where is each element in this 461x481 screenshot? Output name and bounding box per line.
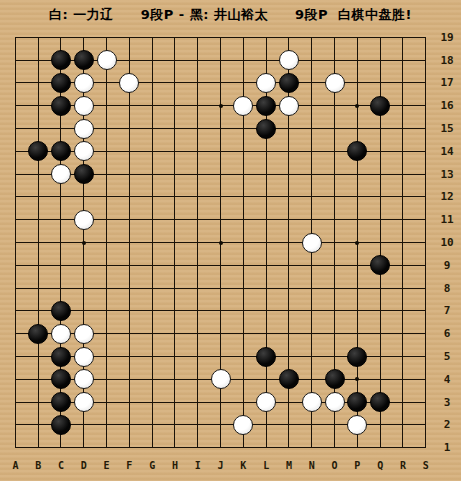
- intersection-J5[interactable]: [209, 345, 232, 368]
- intersection-M3[interactable]: [278, 391, 301, 414]
- intersection-P8[interactable]: [346, 277, 369, 300]
- intersection-N8[interactable]: [300, 277, 323, 300]
- intersection-I3[interactable]: [186, 391, 209, 414]
- intersection-L7[interactable]: [255, 300, 278, 323]
- intersection-L1[interactable]: [255, 436, 278, 459]
- intersection-L16[interactable]: [255, 94, 278, 117]
- intersection-R1[interactable]: [392, 436, 415, 459]
- intersection-J7[interactable]: [209, 300, 232, 323]
- intersection-K8[interactable]: [232, 277, 255, 300]
- intersection-B3[interactable]: [27, 391, 50, 414]
- intersection-F17[interactable]: [118, 72, 141, 95]
- intersection-C7[interactable]: [50, 300, 73, 323]
- intersection-P2[interactable]: [346, 414, 369, 437]
- intersection-J9[interactable]: [209, 254, 232, 277]
- intersection-P18[interactable]: [346, 49, 369, 72]
- intersection-J19[interactable]: [209, 26, 232, 49]
- intersection-M2[interactable]: [278, 414, 301, 437]
- intersection-R9[interactable]: [392, 254, 415, 277]
- intersection-K9[interactable]: [232, 254, 255, 277]
- intersection-M15[interactable]: [278, 117, 301, 140]
- intersection-Q5[interactable]: [369, 345, 392, 368]
- intersection-O7[interactable]: [323, 300, 346, 323]
- intersection-F1[interactable]: [118, 436, 141, 459]
- intersection-I2[interactable]: [186, 414, 209, 437]
- intersection-I1[interactable]: [186, 436, 209, 459]
- intersection-H14[interactable]: [164, 140, 187, 163]
- intersection-D2[interactable]: [72, 414, 95, 437]
- intersection-C1[interactable]: [50, 436, 73, 459]
- intersection-J14[interactable]: [209, 140, 232, 163]
- intersection-S10[interactable]: [414, 231, 437, 254]
- intersection-N19[interactable]: [300, 26, 323, 49]
- intersection-L18[interactable]: [255, 49, 278, 72]
- intersection-B8[interactable]: [27, 277, 50, 300]
- intersection-M6[interactable]: [278, 322, 301, 345]
- intersection-J13[interactable]: [209, 163, 232, 186]
- intersection-R7[interactable]: [392, 300, 415, 323]
- intersection-B18[interactable]: [27, 49, 50, 72]
- intersection-F10[interactable]: [118, 231, 141, 254]
- intersection-G16[interactable]: [141, 94, 164, 117]
- intersection-G8[interactable]: [141, 277, 164, 300]
- intersection-D11[interactable]: [72, 208, 95, 231]
- intersection-K6[interactable]: [232, 322, 255, 345]
- intersection-S3[interactable]: [414, 391, 437, 414]
- intersection-R10[interactable]: [392, 231, 415, 254]
- intersection-D12[interactable]: [72, 186, 95, 209]
- intersection-I19[interactable]: [186, 26, 209, 49]
- intersection-M13[interactable]: [278, 163, 301, 186]
- intersection-P13[interactable]: [346, 163, 369, 186]
- intersection-F19[interactable]: [118, 26, 141, 49]
- intersection-S1[interactable]: [414, 436, 437, 459]
- intersection-C12[interactable]: [50, 186, 73, 209]
- intersection-I14[interactable]: [186, 140, 209, 163]
- intersection-L8[interactable]: [255, 277, 278, 300]
- intersection-J4[interactable]: [209, 368, 232, 391]
- intersection-F15[interactable]: [118, 117, 141, 140]
- intersection-E9[interactable]: [95, 254, 118, 277]
- intersection-O16[interactable]: [323, 94, 346, 117]
- intersection-Q1[interactable]: [369, 436, 392, 459]
- intersection-E18[interactable]: [95, 49, 118, 72]
- intersection-C2[interactable]: [50, 414, 73, 437]
- intersection-K4[interactable]: [232, 368, 255, 391]
- intersection-N6[interactable]: [300, 322, 323, 345]
- intersection-C6[interactable]: [50, 322, 73, 345]
- intersection-Q11[interactable]: [369, 208, 392, 231]
- intersection-C9[interactable]: [50, 254, 73, 277]
- intersection-G3[interactable]: [141, 391, 164, 414]
- intersection-Q13[interactable]: [369, 163, 392, 186]
- intersection-F12[interactable]: [118, 186, 141, 209]
- intersection-J1[interactable]: [209, 436, 232, 459]
- intersection-A2[interactable]: [4, 414, 27, 437]
- intersection-N10[interactable]: [300, 231, 323, 254]
- intersection-E7[interactable]: [95, 300, 118, 323]
- intersection-M1[interactable]: [278, 436, 301, 459]
- intersection-K2[interactable]: [232, 414, 255, 437]
- intersection-I6[interactable]: [186, 322, 209, 345]
- intersection-J8[interactable]: [209, 277, 232, 300]
- intersection-H15[interactable]: [164, 117, 187, 140]
- intersection-E10[interactable]: [95, 231, 118, 254]
- intersection-S14[interactable]: [414, 140, 437, 163]
- intersection-S5[interactable]: [414, 345, 437, 368]
- intersection-C4[interactable]: [50, 368, 73, 391]
- intersection-A13[interactable]: [4, 163, 27, 186]
- intersection-N14[interactable]: [300, 140, 323, 163]
- intersection-A9[interactable]: [4, 254, 27, 277]
- intersection-O5[interactable]: [323, 345, 346, 368]
- intersection-R11[interactable]: [392, 208, 415, 231]
- intersection-D9[interactable]: [72, 254, 95, 277]
- intersection-M7[interactable]: [278, 300, 301, 323]
- intersection-J11[interactable]: [209, 208, 232, 231]
- intersection-R16[interactable]: [392, 94, 415, 117]
- intersection-R2[interactable]: [392, 414, 415, 437]
- intersection-A3[interactable]: [4, 391, 27, 414]
- intersection-N3[interactable]: [300, 391, 323, 414]
- intersection-A7[interactable]: [4, 300, 27, 323]
- intersection-Q6[interactable]: [369, 322, 392, 345]
- intersection-I10[interactable]: [186, 231, 209, 254]
- intersection-Q16[interactable]: [369, 94, 392, 117]
- intersection-P12[interactable]: [346, 186, 369, 209]
- intersection-F5[interactable]: [118, 345, 141, 368]
- intersection-Q8[interactable]: [369, 277, 392, 300]
- intersection-F16[interactable]: [118, 94, 141, 117]
- intersection-L4[interactable]: [255, 368, 278, 391]
- intersection-C3[interactable]: [50, 391, 73, 414]
- intersection-G10[interactable]: [141, 231, 164, 254]
- intersection-H19[interactable]: [164, 26, 187, 49]
- intersection-B14[interactable]: [27, 140, 50, 163]
- intersection-C10[interactable]: [50, 231, 73, 254]
- intersection-Q17[interactable]: [369, 72, 392, 95]
- intersection-J3[interactable]: [209, 391, 232, 414]
- intersection-M10[interactable]: [278, 231, 301, 254]
- intersection-A14[interactable]: [4, 140, 27, 163]
- intersection-Q3[interactable]: [369, 391, 392, 414]
- intersection-H5[interactable]: [164, 345, 187, 368]
- intersection-B7[interactable]: [27, 300, 50, 323]
- intersection-L17[interactable]: [255, 72, 278, 95]
- intersection-P15[interactable]: [346, 117, 369, 140]
- intersection-S7[interactable]: [414, 300, 437, 323]
- intersection-B4[interactable]: [27, 368, 50, 391]
- intersection-D7[interactable]: [72, 300, 95, 323]
- intersection-S2[interactable]: [414, 414, 437, 437]
- intersection-R6[interactable]: [392, 322, 415, 345]
- intersection-Q15[interactable]: [369, 117, 392, 140]
- intersection-B1[interactable]: [27, 436, 50, 459]
- intersection-G15[interactable]: [141, 117, 164, 140]
- intersection-B11[interactable]: [27, 208, 50, 231]
- intersection-I13[interactable]: [186, 163, 209, 186]
- intersection-G1[interactable]: [141, 436, 164, 459]
- intersection-P14[interactable]: [346, 140, 369, 163]
- intersection-G2[interactable]: [141, 414, 164, 437]
- intersection-D16[interactable]: [72, 94, 95, 117]
- intersection-S19[interactable]: [414, 26, 437, 49]
- intersection-R8[interactable]: [392, 277, 415, 300]
- intersection-R19[interactable]: [392, 26, 415, 49]
- intersection-L12[interactable]: [255, 186, 278, 209]
- intersection-L14[interactable]: [255, 140, 278, 163]
- intersection-E19[interactable]: [95, 26, 118, 49]
- intersection-N15[interactable]: [300, 117, 323, 140]
- intersection-P9[interactable]: [346, 254, 369, 277]
- intersection-J12[interactable]: [209, 186, 232, 209]
- intersection-F13[interactable]: [118, 163, 141, 186]
- intersection-M16[interactable]: [278, 94, 301, 117]
- intersection-K17[interactable]: [232, 72, 255, 95]
- intersection-G4[interactable]: [141, 368, 164, 391]
- intersection-C5[interactable]: [50, 345, 73, 368]
- intersection-H6[interactable]: [164, 322, 187, 345]
- intersection-L19[interactable]: [255, 26, 278, 49]
- intersection-A5[interactable]: [4, 345, 27, 368]
- intersection-I12[interactable]: [186, 186, 209, 209]
- intersection-C11[interactable]: [50, 208, 73, 231]
- intersection-Q10[interactable]: [369, 231, 392, 254]
- intersection-O14[interactable]: [323, 140, 346, 163]
- intersection-E4[interactable]: [95, 368, 118, 391]
- intersection-A12[interactable]: [4, 186, 27, 209]
- intersection-J2[interactable]: [209, 414, 232, 437]
- intersection-G12[interactable]: [141, 186, 164, 209]
- intersection-Q19[interactable]: [369, 26, 392, 49]
- intersection-E1[interactable]: [95, 436, 118, 459]
- intersection-A17[interactable]: [4, 72, 27, 95]
- intersection-B12[interactable]: [27, 186, 50, 209]
- intersection-E14[interactable]: [95, 140, 118, 163]
- intersection-G11[interactable]: [141, 208, 164, 231]
- intersection-D14[interactable]: [72, 140, 95, 163]
- intersection-K12[interactable]: [232, 186, 255, 209]
- intersection-N2[interactable]: [300, 414, 323, 437]
- intersection-P10[interactable]: [346, 231, 369, 254]
- intersection-P4[interactable]: [346, 368, 369, 391]
- intersection-S15[interactable]: [414, 117, 437, 140]
- intersection-P5[interactable]: [346, 345, 369, 368]
- intersection-Q18[interactable]: [369, 49, 392, 72]
- intersection-C15[interactable]: [50, 117, 73, 140]
- intersection-L2[interactable]: [255, 414, 278, 437]
- intersection-I17[interactable]: [186, 72, 209, 95]
- intersection-C19[interactable]: [50, 26, 73, 49]
- intersection-L3[interactable]: [255, 391, 278, 414]
- intersection-N13[interactable]: [300, 163, 323, 186]
- intersection-G19[interactable]: [141, 26, 164, 49]
- intersection-B5[interactable]: [27, 345, 50, 368]
- intersection-Q12[interactable]: [369, 186, 392, 209]
- intersection-F2[interactable]: [118, 414, 141, 437]
- intersection-P6[interactable]: [346, 322, 369, 345]
- intersection-O18[interactable]: [323, 49, 346, 72]
- intersection-K18[interactable]: [232, 49, 255, 72]
- intersection-G13[interactable]: [141, 163, 164, 186]
- intersection-H8[interactable]: [164, 277, 187, 300]
- intersection-L13[interactable]: [255, 163, 278, 186]
- intersection-K10[interactable]: [232, 231, 255, 254]
- intersection-K11[interactable]: [232, 208, 255, 231]
- intersection-N18[interactable]: [300, 49, 323, 72]
- intersection-I9[interactable]: [186, 254, 209, 277]
- intersection-E17[interactable]: [95, 72, 118, 95]
- intersection-S8[interactable]: [414, 277, 437, 300]
- intersection-A6[interactable]: [4, 322, 27, 345]
- intersection-E5[interactable]: [95, 345, 118, 368]
- intersection-H3[interactable]: [164, 391, 187, 414]
- intersection-O8[interactable]: [323, 277, 346, 300]
- intersection-O12[interactable]: [323, 186, 346, 209]
- intersection-S17[interactable]: [414, 72, 437, 95]
- intersection-D8[interactable]: [72, 277, 95, 300]
- intersection-G17[interactable]: [141, 72, 164, 95]
- intersection-R18[interactable]: [392, 49, 415, 72]
- intersection-I16[interactable]: [186, 94, 209, 117]
- intersection-H17[interactable]: [164, 72, 187, 95]
- intersection-B10[interactable]: [27, 231, 50, 254]
- intersection-H12[interactable]: [164, 186, 187, 209]
- intersection-B17[interactable]: [27, 72, 50, 95]
- intersection-I11[interactable]: [186, 208, 209, 231]
- intersection-H18[interactable]: [164, 49, 187, 72]
- intersection-D5[interactable]: [72, 345, 95, 368]
- intersection-M5[interactable]: [278, 345, 301, 368]
- intersection-C18[interactable]: [50, 49, 73, 72]
- intersection-A1[interactable]: [4, 436, 27, 459]
- intersection-A18[interactable]: [4, 49, 27, 72]
- intersection-A10[interactable]: [4, 231, 27, 254]
- intersection-F6[interactable]: [118, 322, 141, 345]
- intersection-I7[interactable]: [186, 300, 209, 323]
- intersection-K3[interactable]: [232, 391, 255, 414]
- intersection-M14[interactable]: [278, 140, 301, 163]
- intersection-D1[interactable]: [72, 436, 95, 459]
- intersection-S11[interactable]: [414, 208, 437, 231]
- intersection-S16[interactable]: [414, 94, 437, 117]
- intersection-O6[interactable]: [323, 322, 346, 345]
- intersection-Q9[interactable]: [369, 254, 392, 277]
- intersection-I18[interactable]: [186, 49, 209, 72]
- intersection-J10[interactable]: [209, 231, 232, 254]
- intersection-G6[interactable]: [141, 322, 164, 345]
- intersection-K7[interactable]: [232, 300, 255, 323]
- intersection-P1[interactable]: [346, 436, 369, 459]
- intersection-J15[interactable]: [209, 117, 232, 140]
- intersection-F4[interactable]: [118, 368, 141, 391]
- intersection-R4[interactable]: [392, 368, 415, 391]
- intersection-D18[interactable]: [72, 49, 95, 72]
- intersection-J18[interactable]: [209, 49, 232, 72]
- intersection-E2[interactable]: [95, 414, 118, 437]
- intersection-A8[interactable]: [4, 277, 27, 300]
- intersection-G5[interactable]: [141, 345, 164, 368]
- intersection-D3[interactable]: [72, 391, 95, 414]
- intersection-S6[interactable]: [414, 322, 437, 345]
- intersection-K5[interactable]: [232, 345, 255, 368]
- intersection-F7[interactable]: [118, 300, 141, 323]
- intersection-D10[interactable]: [72, 231, 95, 254]
- intersection-L6[interactable]: [255, 322, 278, 345]
- intersection-H11[interactable]: [164, 208, 187, 231]
- intersection-Q7[interactable]: [369, 300, 392, 323]
- intersection-I5[interactable]: [186, 345, 209, 368]
- intersection-D6[interactable]: [72, 322, 95, 345]
- intersection-K1[interactable]: [232, 436, 255, 459]
- intersection-R14[interactable]: [392, 140, 415, 163]
- intersection-H7[interactable]: [164, 300, 187, 323]
- intersection-I4[interactable]: [186, 368, 209, 391]
- intersection-C14[interactable]: [50, 140, 73, 163]
- intersection-A4[interactable]: [4, 368, 27, 391]
- intersection-B16[interactable]: [27, 94, 50, 117]
- intersection-S4[interactable]: [414, 368, 437, 391]
- intersection-R5[interactable]: [392, 345, 415, 368]
- intersection-D4[interactable]: [72, 368, 95, 391]
- intersection-F14[interactable]: [118, 140, 141, 163]
- intersection-R13[interactable]: [392, 163, 415, 186]
- intersection-N4[interactable]: [300, 368, 323, 391]
- intersection-E13[interactable]: [95, 163, 118, 186]
- intersection-S13[interactable]: [414, 163, 437, 186]
- intersection-R17[interactable]: [392, 72, 415, 95]
- intersection-P19[interactable]: [346, 26, 369, 49]
- intersection-O9[interactable]: [323, 254, 346, 277]
- intersection-R15[interactable]: [392, 117, 415, 140]
- intersection-P3[interactable]: [346, 391, 369, 414]
- intersection-C8[interactable]: [50, 277, 73, 300]
- intersection-I8[interactable]: [186, 277, 209, 300]
- intersection-O11[interactable]: [323, 208, 346, 231]
- intersection-A15[interactable]: [4, 117, 27, 140]
- intersection-Q14[interactable]: [369, 140, 392, 163]
- intersection-M12[interactable]: [278, 186, 301, 209]
- intersection-O15[interactable]: [323, 117, 346, 140]
- intersection-M11[interactable]: [278, 208, 301, 231]
- intersection-K19[interactable]: [232, 26, 255, 49]
- intersection-R3[interactable]: [392, 391, 415, 414]
- intersection-M9[interactable]: [278, 254, 301, 277]
- intersection-O19[interactable]: [323, 26, 346, 49]
- intersection-F18[interactable]: [118, 49, 141, 72]
- intersection-H4[interactable]: [164, 368, 187, 391]
- intersection-O2[interactable]: [323, 414, 346, 437]
- intersection-H16[interactable]: [164, 94, 187, 117]
- intersection-E8[interactable]: [95, 277, 118, 300]
- intersection-H13[interactable]: [164, 163, 187, 186]
- intersection-O13[interactable]: [323, 163, 346, 186]
- intersection-M18[interactable]: [278, 49, 301, 72]
- intersection-C16[interactable]: [50, 94, 73, 117]
- intersection-N7[interactable]: [300, 300, 323, 323]
- intersection-D13[interactable]: [72, 163, 95, 186]
- intersection-H1[interactable]: [164, 436, 187, 459]
- intersection-B19[interactable]: [27, 26, 50, 49]
- intersection-F3[interactable]: [118, 391, 141, 414]
- intersection-D19[interactable]: [72, 26, 95, 49]
- intersection-E12[interactable]: [95, 186, 118, 209]
- intersection-B15[interactable]: [27, 117, 50, 140]
- intersection-O1[interactable]: [323, 436, 346, 459]
- intersection-F8[interactable]: [118, 277, 141, 300]
- intersection-J6[interactable]: [209, 322, 232, 345]
- intersection-K16[interactable]: [232, 94, 255, 117]
